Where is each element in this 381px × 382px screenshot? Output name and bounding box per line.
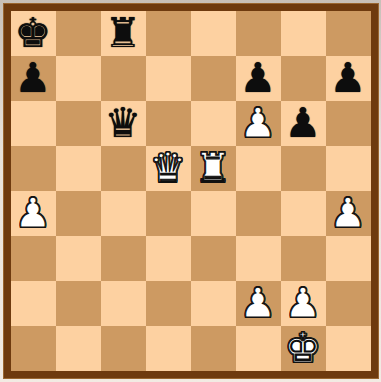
- square-e5[interactable]: ♜: [191, 146, 236, 191]
- square-h2[interactable]: [326, 281, 371, 326]
- square-g8[interactable]: [281, 11, 326, 56]
- square-f7[interactable]: ♟: [236, 56, 281, 101]
- chess-board: ♚♜♟♟♟♛♟♟♛♜♟♟♟♟♚: [11, 11, 371, 371]
- square-f5[interactable]: [236, 146, 281, 191]
- square-e8[interactable]: [191, 11, 236, 56]
- square-d3[interactable]: [146, 236, 191, 281]
- square-g6[interactable]: ♟: [281, 101, 326, 146]
- piece-white-king: ♚: [285, 326, 322, 371]
- square-h5[interactable]: [326, 146, 371, 191]
- square-b3[interactable]: [56, 236, 101, 281]
- square-b2[interactable]: [56, 281, 101, 326]
- square-d5[interactable]: ♛: [146, 146, 191, 191]
- piece-black-rook: ♜: [105, 11, 142, 56]
- square-e1[interactable]: [191, 326, 236, 371]
- square-a3[interactable]: [11, 236, 56, 281]
- square-c7[interactable]: [101, 56, 146, 101]
- square-b7[interactable]: [56, 56, 101, 101]
- square-c3[interactable]: [101, 236, 146, 281]
- square-c1[interactable]: [101, 326, 146, 371]
- square-d2[interactable]: [146, 281, 191, 326]
- piece-black-pawn: ♟: [285, 101, 322, 146]
- square-g4[interactable]: [281, 191, 326, 236]
- square-b1[interactable]: [56, 326, 101, 371]
- square-h3[interactable]: [326, 236, 371, 281]
- chess-diagram: ♚♜♟♟♟♛♟♟♛♜♟♟♟♟♚: [0, 0, 381, 382]
- square-a7[interactable]: ♟: [11, 56, 56, 101]
- square-c6[interactable]: ♛: [101, 101, 146, 146]
- square-h8[interactable]: [326, 11, 371, 56]
- piece-black-king: ♚: [15, 11, 52, 56]
- square-h7[interactable]: ♟: [326, 56, 371, 101]
- piece-black-pawn: ♟: [15, 56, 52, 101]
- square-d4[interactable]: [146, 191, 191, 236]
- square-f2[interactable]: ♟: [236, 281, 281, 326]
- square-d1[interactable]: [146, 326, 191, 371]
- piece-black-pawn: ♟: [240, 56, 277, 101]
- square-d7[interactable]: [146, 56, 191, 101]
- square-f3[interactable]: [236, 236, 281, 281]
- square-e2[interactable]: [191, 281, 236, 326]
- square-f8[interactable]: [236, 11, 281, 56]
- piece-black-queen: ♛: [105, 101, 142, 146]
- square-a6[interactable]: [11, 101, 56, 146]
- square-a4[interactable]: ♟: [11, 191, 56, 236]
- square-h6[interactable]: [326, 101, 371, 146]
- square-c5[interactable]: [101, 146, 146, 191]
- square-e3[interactable]: [191, 236, 236, 281]
- square-c4[interactable]: [101, 191, 146, 236]
- square-a5[interactable]: [11, 146, 56, 191]
- piece-white-queen: ♛: [150, 146, 187, 191]
- square-f6[interactable]: ♟: [236, 101, 281, 146]
- square-b5[interactable]: [56, 146, 101, 191]
- square-a2[interactable]: [11, 281, 56, 326]
- piece-white-pawn: ♟: [330, 191, 367, 236]
- square-g5[interactable]: [281, 146, 326, 191]
- square-h1[interactable]: [326, 326, 371, 371]
- square-g7[interactable]: [281, 56, 326, 101]
- square-h4[interactable]: ♟: [326, 191, 371, 236]
- square-f1[interactable]: [236, 326, 281, 371]
- square-b6[interactable]: [56, 101, 101, 146]
- square-f4[interactable]: [236, 191, 281, 236]
- piece-white-pawn: ♟: [240, 281, 277, 326]
- piece-white-pawn: ♟: [285, 281, 322, 326]
- square-g3[interactable]: [281, 236, 326, 281]
- square-e7[interactable]: [191, 56, 236, 101]
- square-c2[interactable]: [101, 281, 146, 326]
- square-e6[interactable]: [191, 101, 236, 146]
- square-g1[interactable]: ♚: [281, 326, 326, 371]
- piece-white-pawn: ♟: [15, 191, 52, 236]
- square-d6[interactable]: [146, 101, 191, 146]
- board-frame: ♚♜♟♟♟♛♟♟♛♜♟♟♟♟♚: [4, 4, 378, 378]
- piece-white-rook: ♜: [195, 146, 232, 191]
- square-a1[interactable]: [11, 326, 56, 371]
- piece-black-pawn: ♟: [330, 56, 367, 101]
- square-b4[interactable]: [56, 191, 101, 236]
- square-e4[interactable]: [191, 191, 236, 236]
- square-g2[interactable]: ♟: [281, 281, 326, 326]
- square-c8[interactable]: ♜: [101, 11, 146, 56]
- square-a8[interactable]: ♚: [11, 11, 56, 56]
- square-b8[interactable]: [56, 11, 101, 56]
- square-d8[interactable]: [146, 11, 191, 56]
- piece-white-pawn: ♟: [240, 101, 277, 146]
